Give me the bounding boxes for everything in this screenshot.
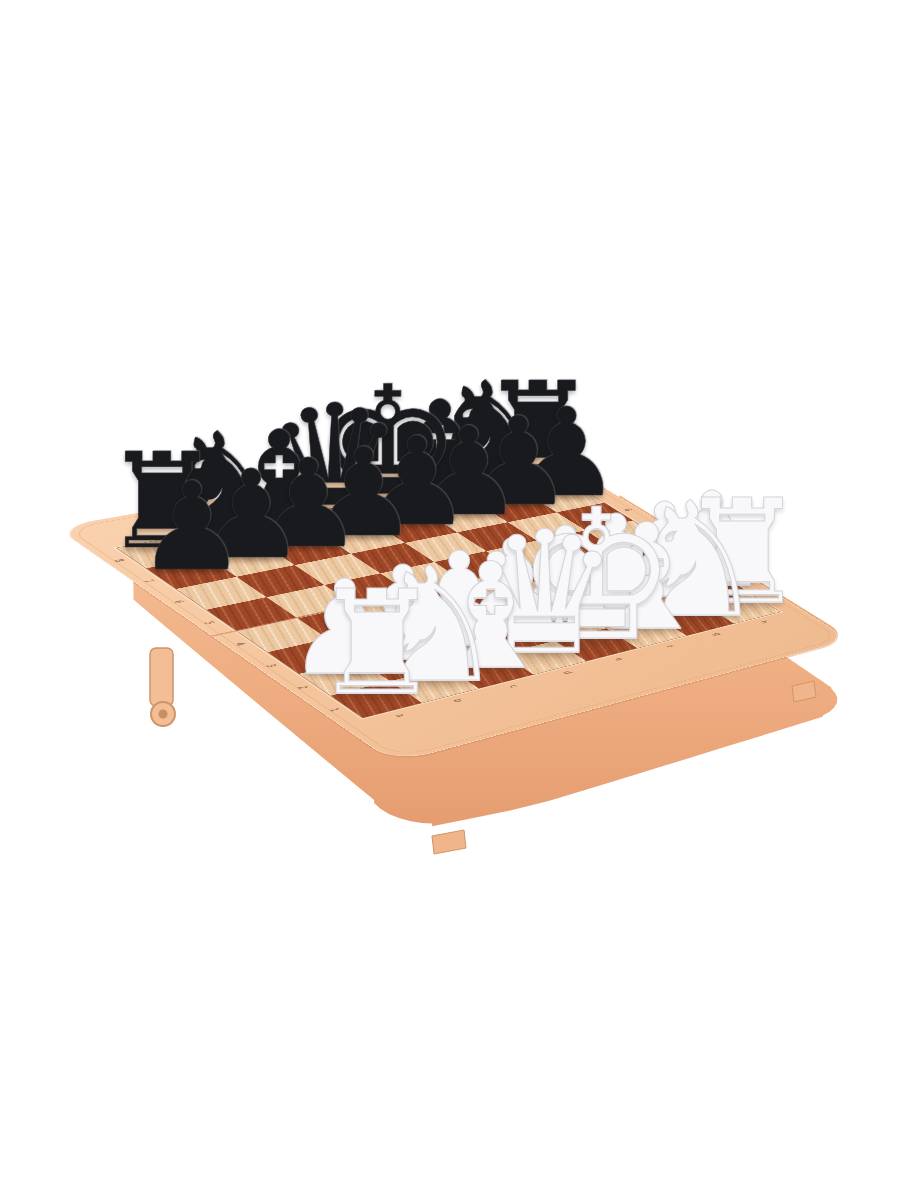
piece-black-pawn: ♟ — [137, 465, 246, 587]
product-photo-scene: 8877665544332211abcdefgh ♜♞♟♝♟♚♟♛♟♝♟♞♟♜♟… — [0, 0, 900, 1200]
piece-white-rook: ♜ — [312, 573, 441, 717]
pieces-layer: ♜♞♟♝♟♚♟♛♟♝♟♞♟♜♟♟♟♟♜♟♞♟♝♟♚♟♛♟♝♟♞♜ — [0, 0, 900, 1200]
